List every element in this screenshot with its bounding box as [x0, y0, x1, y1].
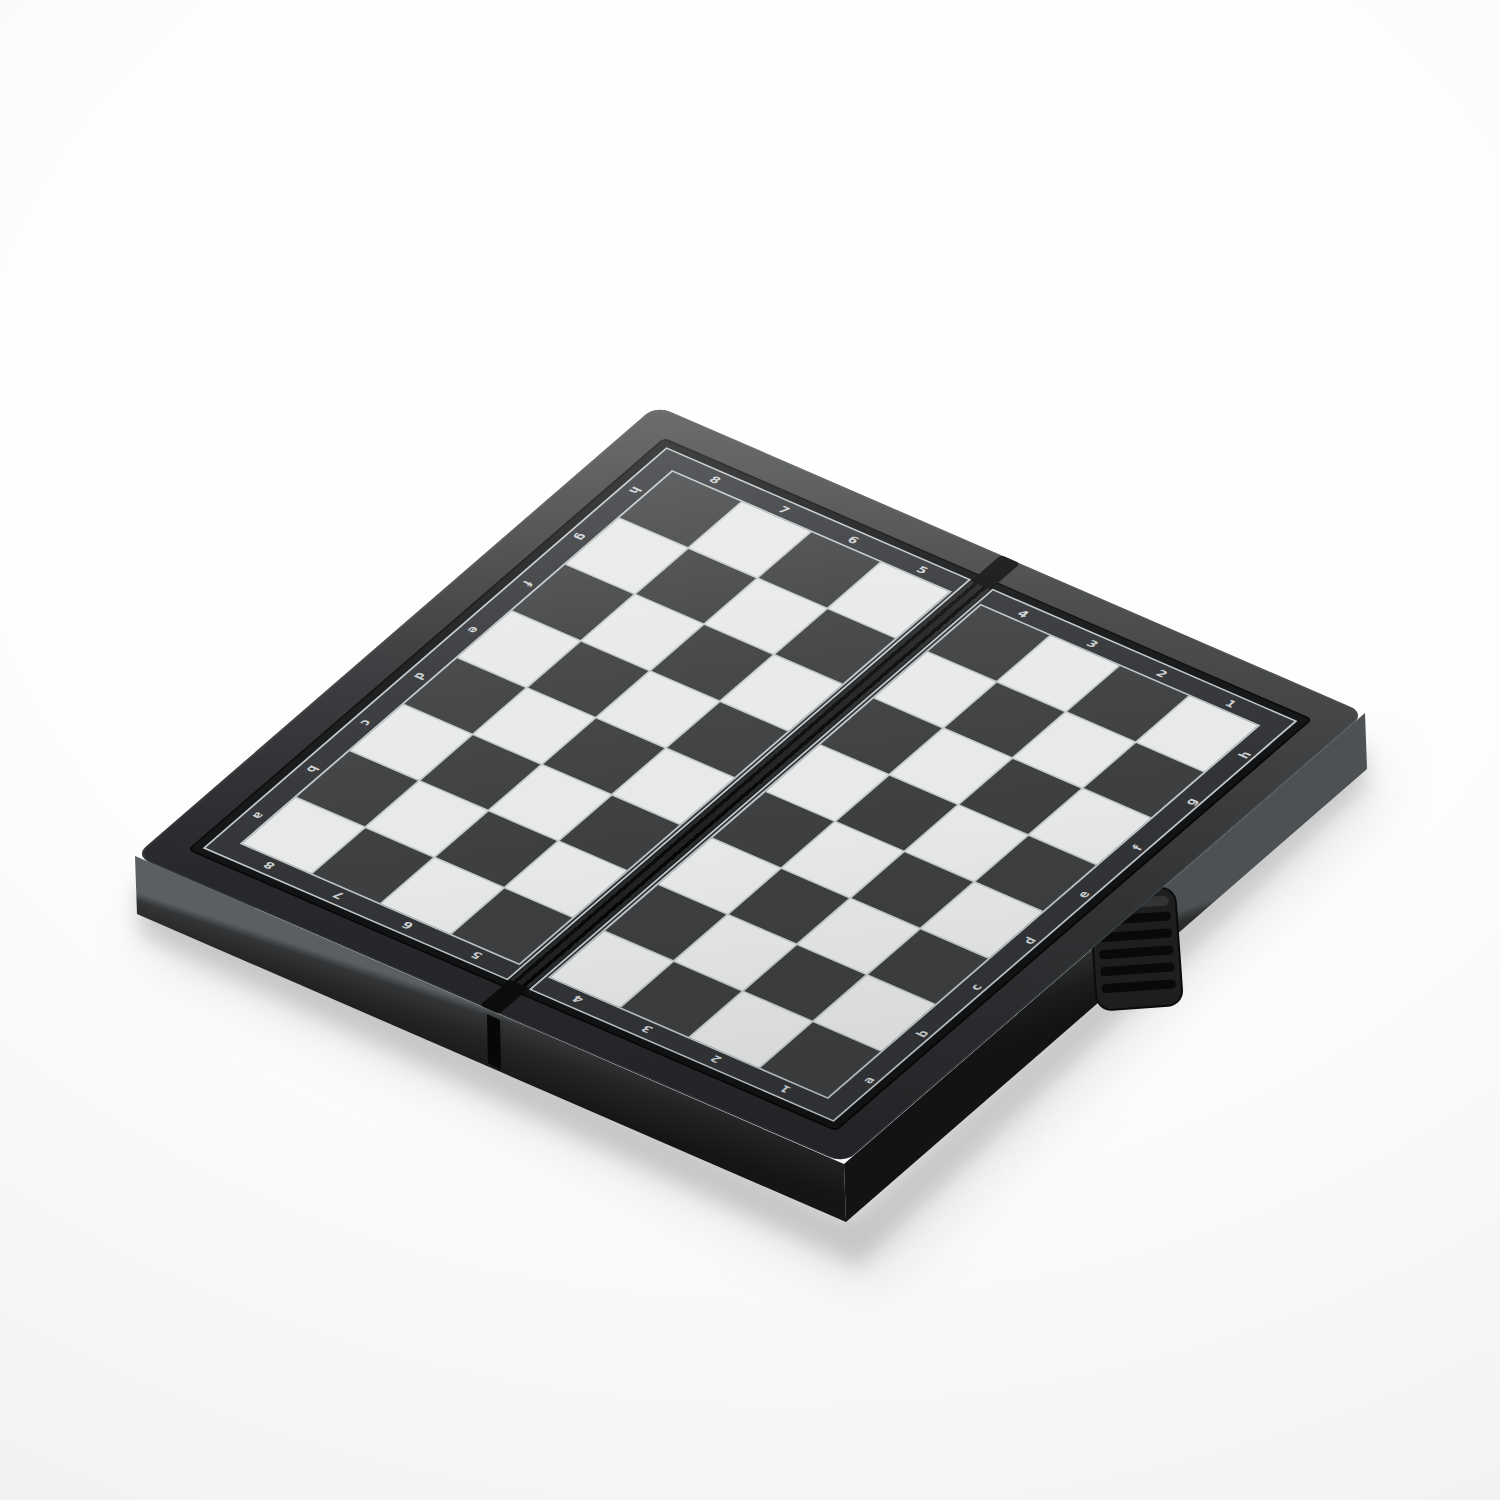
rank-label-5-left: 5 — [469, 950, 485, 961]
rank-label-6-left: 6 — [399, 920, 415, 931]
rank-label-1-right: 1 — [1222, 698, 1238, 709]
product-photo-stage: 88776655abcdefgh 44332211abcdefgh — [0, 0, 1500, 1500]
file-label-b-top: b — [304, 764, 322, 774]
rank-label-3-right: 3 — [1084, 638, 1100, 649]
rank-label-4-left: 4 — [570, 994, 586, 1005]
file-label-a-bottom: a — [860, 1075, 877, 1085]
file-label-d-bottom: d — [1021, 936, 1039, 946]
rank-label-7-left: 7 — [330, 890, 346, 901]
rank-label-5-right: 5 — [914, 565, 930, 576]
rank-label-2-right: 2 — [1153, 668, 1169, 679]
rank-label-2-left: 2 — [708, 1054, 724, 1065]
rank-label-1-left: 1 — [777, 1084, 793, 1095]
file-label-h-bottom: h — [1236, 750, 1254, 760]
file-label-b-bottom: b — [914, 1029, 932, 1039]
hinge-side-gap — [487, 1014, 501, 1070]
file-label-d-top: d — [411, 671, 429, 681]
rank-label-8-left: 8 — [261, 860, 277, 871]
file-label-a-top: a — [250, 811, 267, 821]
file-label-h-top: h — [626, 485, 644, 495]
file-label-e-top: e — [465, 625, 482, 635]
rank-label-6-right: 6 — [845, 535, 861, 546]
file-label-f-bottom: f — [1130, 844, 1145, 852]
file-label-c-bottom: c — [968, 983, 985, 992]
rank-label-4-right: 4 — [1015, 608, 1031, 619]
rank-label-3-left: 3 — [639, 1024, 655, 1035]
file-label-c-top: c — [358, 718, 375, 727]
file-label-e-bottom: e — [1075, 889, 1092, 899]
rank-label-8-right: 8 — [707, 475, 723, 486]
file-label-g-bottom: g — [1182, 796, 1200, 806]
file-label-g-top: g — [572, 532, 590, 542]
rank-label-7-right: 7 — [776, 505, 792, 516]
file-label-f-top: f — [520, 579, 535, 587]
